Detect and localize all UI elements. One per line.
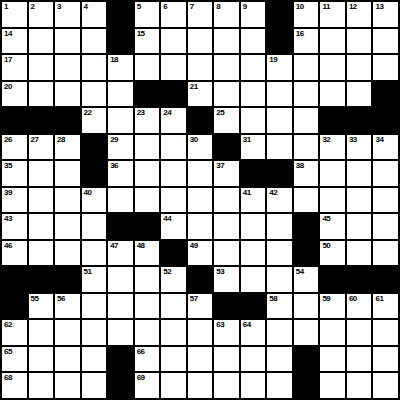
block-cell-r6c4 xyxy=(82,135,107,160)
cell-r6c3[interactable]: 28 xyxy=(55,135,80,160)
clue-number-68: 68 xyxy=(4,374,12,382)
cell-r13c6[interactable] xyxy=(135,320,160,345)
clue-number-33: 33 xyxy=(349,136,357,144)
cell-r10c3[interactable] xyxy=(55,241,80,266)
cell-r8c12[interactable] xyxy=(294,188,319,213)
clue-number-52: 52 xyxy=(163,268,171,276)
cell-r8c14[interactable] xyxy=(347,188,372,213)
cell-r5c4[interactable]: 22 xyxy=(82,108,107,133)
block-cell-r11c1 xyxy=(2,267,27,292)
block-cell-r1c5 xyxy=(108,2,133,27)
cell-r2c10[interactable] xyxy=(241,29,266,54)
clue-number-14: 14 xyxy=(4,30,12,38)
block-cell-r7c11 xyxy=(267,161,292,186)
cell-r10c9[interactable] xyxy=(214,241,239,266)
clue-number-27: 27 xyxy=(31,136,39,144)
cell-r1c6[interactable]: 5 xyxy=(135,2,160,27)
block-cell-r7c4 xyxy=(82,161,107,186)
cell-r6c6[interactable] xyxy=(135,135,160,160)
block-cell-r12c9 xyxy=(214,294,239,319)
cell-r3c2[interactable] xyxy=(29,55,54,80)
clue-number-34: 34 xyxy=(375,136,383,144)
clue-number-53: 53 xyxy=(216,268,224,276)
cell-r15c8[interactable] xyxy=(188,373,213,398)
cell-r13c7[interactable] xyxy=(161,320,186,345)
block-cell-r11c13 xyxy=(320,267,345,292)
clue-number-30: 30 xyxy=(190,136,198,144)
clue-number-69: 69 xyxy=(137,374,145,382)
cell-r11c6[interactable] xyxy=(135,267,160,292)
cell-r11c4[interactable]: 51 xyxy=(82,267,107,292)
cell-r3c13[interactable] xyxy=(320,55,345,80)
cell-r4c11[interactable] xyxy=(267,82,292,107)
block-cell-r15c5 xyxy=(108,373,133,398)
cell-r2c3[interactable] xyxy=(55,29,80,54)
clue-number-13: 13 xyxy=(375,3,383,11)
cell-r15c14[interactable] xyxy=(347,373,372,398)
clue-number-60: 60 xyxy=(349,295,357,303)
cell-r11c10[interactable] xyxy=(241,267,266,292)
cell-r4c5[interactable] xyxy=(108,82,133,107)
clue-number-45: 45 xyxy=(322,215,330,223)
clue-number-29: 29 xyxy=(110,136,118,144)
clue-number-35: 35 xyxy=(4,162,12,170)
clue-number-62: 62 xyxy=(4,321,12,329)
clue-number-7: 7 xyxy=(190,3,194,11)
cell-r13c9[interactable]: 63 xyxy=(214,320,239,345)
cell-r15c11[interactable] xyxy=(267,373,292,398)
cell-r1c15[interactable]: 13 xyxy=(373,2,398,27)
cell-r13c15[interactable] xyxy=(373,320,398,345)
cell-r4c1[interactable]: 20 xyxy=(2,82,27,107)
cell-r9c10[interactable] xyxy=(241,214,266,239)
cell-r1c9[interactable]: 8 xyxy=(214,2,239,27)
cell-r10c6[interactable]: 48 xyxy=(135,241,160,266)
cell-r4c3[interactable] xyxy=(55,82,80,107)
cell-r2c1[interactable]: 14 xyxy=(2,29,27,54)
cell-r2c6[interactable]: 15 xyxy=(135,29,160,54)
cell-r15c1[interactable]: 68 xyxy=(2,373,27,398)
cell-r14c10[interactable] xyxy=(241,347,266,372)
cell-r15c7[interactable] xyxy=(161,373,186,398)
block-cell-r11c2 xyxy=(29,267,54,292)
cell-r9c1[interactable]: 43 xyxy=(2,214,27,239)
clue-number-4: 4 xyxy=(84,3,88,11)
cell-r1c1[interactable]: 1 xyxy=(2,2,27,27)
cell-r11c12[interactable]: 54 xyxy=(294,267,319,292)
cell-r5c12[interactable] xyxy=(294,108,319,133)
cell-r14c1[interactable]: 65 xyxy=(2,347,27,372)
cell-r7c13[interactable] xyxy=(320,161,345,186)
clue-number-5: 5 xyxy=(137,3,141,11)
cell-r7c15[interactable] xyxy=(373,161,398,186)
clue-number-17: 17 xyxy=(4,56,12,64)
cell-r4c12[interactable] xyxy=(294,82,319,107)
cell-r1c4[interactable]: 4 xyxy=(82,2,107,27)
clue-number-31: 31 xyxy=(243,136,251,144)
cell-r1c14[interactable]: 12 xyxy=(347,2,372,27)
cell-r12c15[interactable]: 61 xyxy=(373,294,398,319)
cell-r9c11[interactable] xyxy=(267,214,292,239)
cell-r12c12[interactable] xyxy=(294,294,319,319)
block-cell-r4c6 xyxy=(135,82,160,107)
cell-r6c11[interactable] xyxy=(267,135,292,160)
cell-r8c11[interactable]: 42 xyxy=(267,188,292,213)
block-cell-r12c1 xyxy=(2,294,27,319)
clue-number-42: 42 xyxy=(269,189,277,197)
clue-number-8: 8 xyxy=(216,3,220,11)
block-cell-r5c1 xyxy=(2,108,27,133)
clue-number-57: 57 xyxy=(190,295,198,303)
cell-r6c5[interactable]: 29 xyxy=(108,135,133,160)
cell-r14c4[interactable] xyxy=(82,347,107,372)
cell-r15c4[interactable] xyxy=(82,373,107,398)
cell-r12c4[interactable] xyxy=(82,294,107,319)
cell-r10c13[interactable]: 50 xyxy=(320,241,345,266)
cell-r14c11[interactable] xyxy=(267,347,292,372)
clue-number-2: 2 xyxy=(31,3,35,11)
cell-r4c9[interactable] xyxy=(214,82,239,107)
cell-r6c15[interactable]: 34 xyxy=(373,135,398,160)
cell-r8c13[interactable] xyxy=(320,188,345,213)
clue-number-38: 38 xyxy=(296,162,304,170)
cell-r12c6[interactable] xyxy=(135,294,160,319)
block-cell-r11c3 xyxy=(55,267,80,292)
cell-r5c6[interactable]: 23 xyxy=(135,108,160,133)
block-cell-r14c5 xyxy=(108,347,133,372)
cell-r10c10[interactable] xyxy=(241,241,266,266)
block-cell-r14c12 xyxy=(294,347,319,372)
block-cell-r9c12 xyxy=(294,214,319,239)
clue-number-64: 64 xyxy=(243,321,251,329)
cell-r14c3[interactable] xyxy=(55,347,80,372)
cell-r4c8[interactable]: 21 xyxy=(188,82,213,107)
cell-r3c9[interactable] xyxy=(214,55,239,80)
block-cell-r9c6 xyxy=(135,214,160,239)
cell-r4c4[interactable] xyxy=(82,82,107,107)
cell-r12c7[interactable] xyxy=(161,294,186,319)
cell-r7c1[interactable]: 35 xyxy=(2,161,27,186)
cell-r3c15[interactable] xyxy=(373,55,398,80)
cell-r2c7[interactable] xyxy=(161,29,186,54)
block-cell-r11c15 xyxy=(373,267,398,292)
cell-r5c10[interactable] xyxy=(241,108,266,133)
clue-number-47: 47 xyxy=(110,242,118,250)
cell-r4c10[interactable] xyxy=(241,82,266,107)
cell-r10c8[interactable]: 49 xyxy=(188,241,213,266)
cell-r6c13[interactable]: 32 xyxy=(320,135,345,160)
block-cell-r10c12 xyxy=(294,241,319,266)
clue-number-22: 22 xyxy=(84,109,92,117)
cell-r3c5[interactable]: 18 xyxy=(108,55,133,80)
cell-r9c9[interactable] xyxy=(214,214,239,239)
cell-r9c13[interactable]: 45 xyxy=(320,214,345,239)
cell-r5c5[interactable] xyxy=(108,108,133,133)
cell-r1c7[interactable]: 6 xyxy=(161,2,186,27)
clue-number-61: 61 xyxy=(375,295,383,303)
cell-r7c14[interactable] xyxy=(347,161,372,186)
clue-number-21: 21 xyxy=(190,83,198,91)
cell-r2c13[interactable] xyxy=(320,29,345,54)
block-cell-r12c10 xyxy=(241,294,266,319)
cell-r9c7[interactable]: 44 xyxy=(161,214,186,239)
clue-number-9: 9 xyxy=(243,3,247,11)
clue-number-63: 63 xyxy=(216,321,224,329)
block-cell-r15c12 xyxy=(294,373,319,398)
cell-r8c1[interactable]: 39 xyxy=(2,188,27,213)
cell-r5c11[interactable] xyxy=(267,108,292,133)
clue-number-10: 10 xyxy=(296,3,304,11)
cell-r15c3[interactable] xyxy=(55,373,80,398)
cell-r9c2[interactable] xyxy=(29,214,54,239)
cell-r13c1[interactable]: 62 xyxy=(2,320,27,345)
cell-r15c9[interactable] xyxy=(214,373,239,398)
cell-r10c15[interactable] xyxy=(373,241,398,266)
cell-r8c3[interactable] xyxy=(55,188,80,213)
cell-r13c2[interactable] xyxy=(29,320,54,345)
cell-r4c2[interactable] xyxy=(29,82,54,107)
clue-number-32: 32 xyxy=(322,136,330,144)
cell-r14c7[interactable] xyxy=(161,347,186,372)
clue-number-56: 56 xyxy=(57,295,65,303)
block-cell-r5c14 xyxy=(347,108,372,133)
cell-r13c14[interactable] xyxy=(347,320,372,345)
cell-r13c3[interactable] xyxy=(55,320,80,345)
cell-r9c4[interactable] xyxy=(82,214,107,239)
cell-r13c13[interactable] xyxy=(320,320,345,345)
cell-r9c8[interactable] xyxy=(188,214,213,239)
cell-r9c3[interactable] xyxy=(55,214,80,239)
cell-r8c4[interactable]: 40 xyxy=(82,188,107,213)
clue-number-1: 1 xyxy=(4,3,8,11)
block-cell-r11c8 xyxy=(188,267,213,292)
cell-r15c13[interactable] xyxy=(320,373,345,398)
cell-r9c14[interactable] xyxy=(347,214,372,239)
clue-number-24: 24 xyxy=(163,109,171,117)
block-cell-r5c13 xyxy=(320,108,345,133)
cell-r4c14[interactable] xyxy=(347,82,372,107)
cell-r1c10[interactable]: 9 xyxy=(241,2,266,27)
cell-r12c5[interactable] xyxy=(108,294,133,319)
cell-r2c4[interactable] xyxy=(82,29,107,54)
cell-r3c4[interactable] xyxy=(82,55,107,80)
clue-number-55: 55 xyxy=(31,295,39,303)
cell-r3c7[interactable] xyxy=(161,55,186,80)
clue-number-28: 28 xyxy=(57,136,65,144)
block-cell-r5c2 xyxy=(29,108,54,133)
cell-r8c2[interactable] xyxy=(29,188,54,213)
cell-r10c14[interactable] xyxy=(347,241,372,266)
cell-r14c8[interactable] xyxy=(188,347,213,372)
cell-r13c12[interactable] xyxy=(294,320,319,345)
clue-number-19: 19 xyxy=(269,56,277,64)
cell-r2c2[interactable] xyxy=(29,29,54,54)
cell-r11c11[interactable] xyxy=(267,267,292,292)
cell-r2c15[interactable] xyxy=(373,29,398,54)
cell-r14c15[interactable] xyxy=(373,347,398,372)
cell-r15c2[interactable] xyxy=(29,373,54,398)
cell-r12c2[interactable]: 55 xyxy=(29,294,54,319)
cell-r6c12[interactable] xyxy=(294,135,319,160)
cell-r7c8[interactable] xyxy=(188,161,213,186)
block-cell-r1c11 xyxy=(267,2,292,27)
cell-r12c14[interactable]: 60 xyxy=(347,294,372,319)
clue-number-40: 40 xyxy=(84,189,92,197)
cell-r14c2[interactable] xyxy=(29,347,54,372)
cell-r8c9[interactable] xyxy=(214,188,239,213)
cell-r6c8[interactable]: 30 xyxy=(188,135,213,160)
cell-r15c15[interactable] xyxy=(373,373,398,398)
cell-r8c8[interactable] xyxy=(188,188,213,213)
cell-r8c15[interactable] xyxy=(373,188,398,213)
block-cell-r11c14 xyxy=(347,267,372,292)
cell-r1c8[interactable]: 7 xyxy=(188,2,213,27)
block-cell-r7c10 xyxy=(241,161,266,186)
cell-r11c7[interactable]: 52 xyxy=(161,267,186,292)
cell-r1c12[interactable]: 10 xyxy=(294,2,319,27)
cell-r1c2[interactable]: 2 xyxy=(29,2,54,27)
block-cell-r5c15 xyxy=(373,108,398,133)
clue-number-20: 20 xyxy=(4,83,12,91)
cell-r6c7[interactable] xyxy=(161,135,186,160)
block-cell-r5c8 xyxy=(188,108,213,133)
cell-r9c15[interactable] xyxy=(373,214,398,239)
cell-r8c6[interactable] xyxy=(135,188,160,213)
cell-r6c14[interactable]: 33 xyxy=(347,135,372,160)
cell-r7c12[interactable]: 38 xyxy=(294,161,319,186)
clue-number-3: 3 xyxy=(57,3,61,11)
clue-number-54: 54 xyxy=(296,268,304,276)
cell-r12c13[interactable]: 59 xyxy=(320,294,345,319)
clue-number-23: 23 xyxy=(137,109,145,117)
cell-r10c1[interactable]: 46 xyxy=(2,241,27,266)
clue-number-11: 11 xyxy=(322,3,329,11)
clue-number-6: 6 xyxy=(163,3,167,11)
cell-r1c13[interactable]: 11 xyxy=(320,2,345,27)
clue-number-48: 48 xyxy=(137,242,145,250)
cell-r13c5[interactable] xyxy=(108,320,133,345)
cell-r7c5[interactable]: 36 xyxy=(108,161,133,186)
cell-r7c7[interactable] xyxy=(161,161,186,186)
clue-number-25: 25 xyxy=(216,109,224,117)
cell-r10c4[interactable] xyxy=(82,241,107,266)
cell-r3c12[interactable] xyxy=(294,55,319,80)
clue-number-66: 66 xyxy=(137,348,145,356)
clue-number-36: 36 xyxy=(110,162,118,170)
cell-r4c13[interactable] xyxy=(320,82,345,107)
cell-r7c9[interactable]: 37 xyxy=(214,161,239,186)
cell-r8c10[interactable]: 41 xyxy=(241,188,266,213)
cell-r3c14[interactable] xyxy=(347,55,372,80)
cell-r3c10[interactable] xyxy=(241,55,266,80)
clue-number-58: 58 xyxy=(269,295,277,303)
cell-r3c11[interactable]: 19 xyxy=(267,55,292,80)
cell-r13c10[interactable]: 64 xyxy=(241,320,266,345)
cell-r10c2[interactable] xyxy=(29,241,54,266)
clue-number-43: 43 xyxy=(4,215,12,223)
clue-number-37: 37 xyxy=(216,162,224,170)
cell-r8c5[interactable] xyxy=(108,188,133,213)
cell-r6c1[interactable]: 26 xyxy=(2,135,27,160)
cell-r15c10[interactable] xyxy=(241,373,266,398)
cell-r11c9[interactable]: 53 xyxy=(214,267,239,292)
cell-r12c11[interactable]: 58 xyxy=(267,294,292,319)
cell-r3c6[interactable] xyxy=(135,55,160,80)
cell-r8c7[interactable] xyxy=(161,188,186,213)
cell-r7c6[interactable] xyxy=(135,161,160,186)
clue-number-15: 15 xyxy=(137,30,145,38)
cell-r10c11[interactable] xyxy=(267,241,292,266)
clue-number-50: 50 xyxy=(322,242,330,250)
block-cell-r10c7 xyxy=(161,241,186,266)
block-cell-r4c7 xyxy=(161,82,186,107)
cell-r3c1[interactable]: 17 xyxy=(2,55,27,80)
cell-r14c14[interactable] xyxy=(347,347,372,372)
clue-number-18: 18 xyxy=(110,56,118,64)
cell-r13c4[interactable] xyxy=(82,320,107,345)
cell-r7c2[interactable] xyxy=(29,161,54,186)
cell-r1c3[interactable]: 3 xyxy=(55,2,80,27)
block-cell-r2c5 xyxy=(108,29,133,54)
crossword-board: 1234567891011121314151617181920212223242… xyxy=(0,0,400,400)
block-cell-r2c11 xyxy=(267,29,292,54)
cell-r7c3[interactable] xyxy=(55,161,80,186)
clue-number-49: 49 xyxy=(190,242,198,250)
block-cell-r4c15 xyxy=(373,82,398,107)
cell-r12c8[interactable]: 57 xyxy=(188,294,213,319)
cell-r5c9[interactable]: 25 xyxy=(214,108,239,133)
cell-r2c12[interactable]: 16 xyxy=(294,29,319,54)
cell-r14c13[interactable] xyxy=(320,347,345,372)
cell-r15c6[interactable]: 69 xyxy=(135,373,160,398)
clue-number-26: 26 xyxy=(4,136,12,144)
cell-r13c11[interactable] xyxy=(267,320,292,345)
cell-r10c5[interactable]: 47 xyxy=(108,241,133,266)
clue-number-12: 12 xyxy=(349,3,357,11)
block-cell-r6c9 xyxy=(214,135,239,160)
cell-r11c5[interactable] xyxy=(108,267,133,292)
cell-r12c3[interactable]: 56 xyxy=(55,294,80,319)
clue-number-44: 44 xyxy=(163,215,171,223)
clue-number-41: 41 xyxy=(243,189,251,197)
cell-r6c2[interactable]: 27 xyxy=(29,135,54,160)
cell-r2c9[interactable] xyxy=(214,29,239,54)
cell-r14c9[interactable] xyxy=(214,347,239,372)
clue-number-39: 39 xyxy=(4,189,12,197)
clue-number-51: 51 xyxy=(84,268,92,276)
cell-r5c7[interactable]: 24 xyxy=(161,108,186,133)
cell-r2c14[interactable] xyxy=(347,29,372,54)
cell-r13c8[interactable] xyxy=(188,320,213,345)
clue-number-46: 46 xyxy=(4,242,12,250)
block-cell-r5c3 xyxy=(55,108,80,133)
clue-number-59: 59 xyxy=(322,295,330,303)
cell-r14c6[interactable]: 66 xyxy=(135,347,160,372)
clue-number-65: 65 xyxy=(4,348,12,356)
cell-r3c8[interactable] xyxy=(188,55,213,80)
block-cell-r9c5 xyxy=(108,214,133,239)
clue-number-16: 16 xyxy=(296,30,304,38)
cell-r6c10[interactable]: 31 xyxy=(241,135,266,160)
cell-r3c3[interactable] xyxy=(55,55,80,80)
cell-r2c8[interactable] xyxy=(188,29,213,54)
